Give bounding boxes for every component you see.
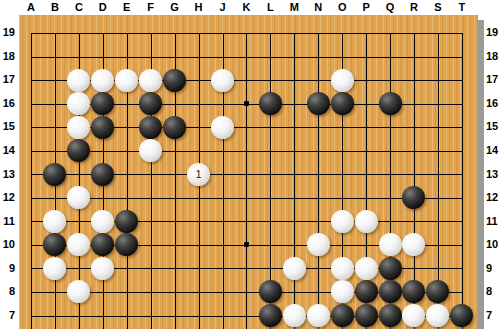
row-label-right-10: 10 [486, 233, 500, 257]
black-stone [307, 92, 330, 115]
white-stone [139, 139, 162, 162]
col-label-P: P [354, 1, 378, 14]
white-stone [402, 304, 425, 327]
white-stone [67, 92, 90, 115]
black-stone [331, 304, 354, 327]
star-dot [244, 242, 249, 247]
white-stone [67, 280, 90, 303]
move-number-label: 1 [195, 169, 201, 180]
stone-white-Q10 [378, 233, 402, 257]
stone-white-H13-move-1: 1 [187, 162, 211, 186]
stone-white-D11 [91, 210, 115, 234]
row-label-left-8: 8 [0, 280, 15, 304]
row-label-left-16: 16 [0, 92, 15, 116]
black-stone [450, 304, 473, 327]
stone-black-O7 [330, 304, 354, 328]
white-stone [331, 69, 354, 92]
col-label-T: T [450, 1, 474, 14]
stone-white-C17 [67, 68, 91, 92]
stone-white-O9 [330, 257, 354, 281]
row-label-left-18: 18 [0, 45, 15, 69]
row-label-right-13: 13 [486, 163, 500, 187]
white-stone [139, 69, 162, 92]
col-label-O: O [330, 1, 354, 14]
black-stone [91, 92, 114, 115]
col-label-B: B [43, 1, 67, 14]
stone-black-E10 [115, 233, 139, 257]
row-label-left-17: 17 [0, 68, 15, 92]
black-stone [139, 92, 162, 115]
row-label-left-15: 15 [0, 115, 15, 139]
white-stone [331, 280, 354, 303]
row-label-left-11: 11 [0, 210, 15, 234]
row-label-right-14: 14 [486, 139, 500, 163]
white-stone [211, 116, 234, 139]
white-stone [67, 69, 90, 92]
black-stone [426, 280, 449, 303]
stone-black-S8 [426, 280, 450, 304]
col-label-L: L [258, 1, 282, 14]
stone-white-B11 [43, 210, 67, 234]
stone-white-O8 [330, 280, 354, 304]
row-label-left-12: 12 [0, 186, 15, 210]
stone-white-O17 [330, 68, 354, 92]
black-stone [379, 257, 402, 280]
stone-white-B9 [43, 257, 67, 281]
col-label-N: N [306, 1, 330, 14]
stone-white-E17 [115, 68, 139, 92]
black-stone [163, 116, 186, 139]
row-label-left-13: 13 [0, 163, 15, 187]
col-label-M: M [282, 1, 306, 14]
board-edge-shadow [478, 20, 484, 329]
go-board[interactable]: 1 [19, 15, 478, 329]
stone-white-D17 [91, 68, 115, 92]
stone-white-F17 [139, 68, 163, 92]
stone-black-G15 [163, 115, 187, 139]
white-stone [43, 257, 66, 280]
black-stone [91, 116, 114, 139]
black-stone [43, 233, 66, 256]
stone-white-M7 [282, 304, 306, 328]
black-stone [402, 186, 425, 209]
row-label-right-7: 7 [486, 304, 500, 328]
stone-black-D13 [91, 162, 115, 186]
stone-black-D16 [91, 92, 115, 116]
stone-black-L8 [258, 280, 282, 304]
stone-black-O16 [330, 92, 354, 116]
white-stone [355, 257, 378, 280]
stone-black-L16 [258, 92, 282, 116]
white-stone [426, 304, 449, 327]
col-label-D: D [91, 1, 115, 14]
white-stone [331, 257, 354, 280]
stone-black-L7 [258, 304, 282, 328]
white-stone [355, 210, 378, 233]
white-stone [331, 210, 354, 233]
black-stone [91, 233, 114, 256]
col-label-K: K [234, 1, 258, 14]
stone-black-Q7 [378, 304, 402, 328]
stone-black-R12 [402, 186, 426, 210]
row-label-right-12: 12 [486, 186, 500, 210]
stone-black-F16 [139, 92, 163, 116]
row-label-right-11: 11 [486, 210, 500, 234]
stone-black-T7 [450, 304, 474, 328]
stone-black-R8 [402, 280, 426, 304]
white-stone [91, 69, 114, 92]
stone-white-P9 [354, 257, 378, 281]
col-label-H: H [187, 1, 211, 14]
stone-white-M9 [282, 257, 306, 281]
white-stone [307, 233, 330, 256]
stone-black-Q16 [378, 92, 402, 116]
stone-black-P8 [354, 280, 378, 304]
black-stone [259, 92, 282, 115]
black-stone [331, 92, 354, 115]
white-stone [283, 257, 306, 280]
black-stone [115, 210, 138, 233]
black-stone [43, 163, 66, 186]
stone-white-N7 [306, 304, 330, 328]
stone-black-B10 [43, 233, 67, 257]
col-label-R: R [402, 1, 426, 14]
row-label-right-15: 15 [486, 115, 500, 139]
row-label-right-17: 17 [486, 68, 500, 92]
white-stone [211, 69, 234, 92]
stone-white-C10 [67, 233, 91, 257]
white-stone [283, 304, 306, 327]
row-label-left-7: 7 [0, 304, 15, 328]
black-stone [355, 280, 378, 303]
stone-white-O11 [330, 210, 354, 234]
white-stone [67, 233, 90, 256]
star-point-K16 [234, 92, 258, 116]
stone-white-N10 [306, 233, 330, 257]
stone-white-P11 [354, 210, 378, 234]
row-label-left-9: 9 [0, 257, 15, 281]
stone-black-C14 [67, 139, 91, 163]
row-label-right-9: 9 [486, 257, 500, 281]
white-stone: 1 [187, 163, 210, 186]
black-stone [259, 280, 282, 303]
stone-white-S7 [426, 304, 450, 328]
stone-black-Q9 [378, 257, 402, 281]
black-stone [259, 304, 282, 327]
stone-white-C12 [67, 186, 91, 210]
stone-white-C16 [67, 92, 91, 116]
black-stone [67, 139, 90, 162]
white-stone [67, 186, 90, 209]
col-label-G: G [163, 1, 187, 14]
stone-white-J15 [211, 115, 235, 139]
row-label-right-16: 16 [486, 92, 500, 116]
stone-black-D10 [91, 233, 115, 257]
stone-black-F15 [139, 115, 163, 139]
stone-white-D9 [91, 257, 115, 281]
row-label-left-14: 14 [0, 139, 15, 163]
star-point-K10 [234, 233, 258, 257]
col-label-C: C [67, 1, 91, 14]
black-stone [379, 92, 402, 115]
col-label-F: F [139, 1, 163, 14]
black-stone [115, 233, 138, 256]
stone-white-F14 [139, 139, 163, 163]
white-stone [43, 210, 66, 233]
row-label-right-19: 19 [486, 21, 500, 45]
white-stone [91, 210, 114, 233]
star-dot [244, 101, 249, 106]
stone-black-B13 [43, 162, 67, 186]
black-stone [163, 69, 186, 92]
col-label-Q: Q [378, 1, 402, 14]
row-label-right-8: 8 [486, 280, 500, 304]
white-stone [115, 69, 138, 92]
white-stone [307, 304, 330, 327]
stone-white-R10 [402, 233, 426, 257]
row-label-right-18: 18 [486, 45, 500, 69]
row-label-left-19: 19 [0, 21, 15, 45]
stone-white-R7 [402, 304, 426, 328]
white-stone [91, 257, 114, 280]
stone-white-C8 [67, 280, 91, 304]
row-label-left-10: 10 [0, 233, 15, 257]
black-stone [139, 116, 162, 139]
stone-black-D15 [91, 115, 115, 139]
col-label-S: S [426, 1, 450, 14]
stone-black-E11 [115, 210, 139, 234]
black-stone [379, 304, 402, 327]
stone-white-C15 [67, 115, 91, 139]
white-stone [67, 116, 90, 139]
go-app-window: ABCDEFGHJKLMNOPQRST 19181716151413121110… [0, 0, 500, 329]
black-stone [355, 304, 378, 327]
white-stone [402, 233, 425, 256]
col-label-A: A [19, 1, 43, 14]
stone-black-N16 [306, 92, 330, 116]
stone-black-P7 [354, 304, 378, 328]
stone-black-Q8 [378, 280, 402, 304]
col-label-J: J [211, 1, 235, 14]
black-stone [91, 163, 114, 186]
black-stone [402, 280, 425, 303]
stone-black-G17 [163, 68, 187, 92]
stone-white-J17 [211, 68, 235, 92]
black-stone [379, 280, 402, 303]
white-stone [379, 233, 402, 256]
col-label-E: E [115, 1, 139, 14]
board-cells: 1 [19, 21, 474, 327]
